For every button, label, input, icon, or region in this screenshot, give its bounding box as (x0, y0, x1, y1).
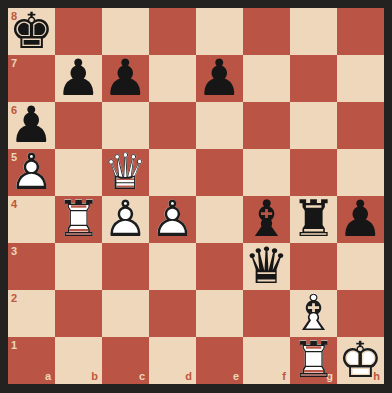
square-e4[interactable] (196, 196, 243, 243)
square-g5[interactable] (290, 149, 337, 196)
square-e1[interactable]: e (196, 337, 243, 384)
square-b4[interactable]: ♜♖ (55, 196, 102, 243)
rank-label-3: 3 (11, 246, 17, 257)
square-g3[interactable] (290, 243, 337, 290)
white-rook[interactable]: ♜♖ (290, 337, 337, 384)
square-e8[interactable] (196, 8, 243, 55)
rank-label-2: 2 (11, 293, 17, 304)
square-c2[interactable] (102, 290, 149, 337)
square-a3[interactable]: 3 (8, 243, 55, 290)
square-b3[interactable] (55, 243, 102, 290)
black-queen[interactable]: ♛ (243, 243, 290, 290)
white-bishop[interactable]: ♝♗ (290, 290, 337, 337)
square-b8[interactable] (55, 8, 102, 55)
white-pawn[interactable]: ♟♙ (102, 196, 149, 243)
square-a8[interactable]: 8♚ (8, 8, 55, 55)
black-queen-glyph: ♛ (243, 243, 290, 290)
square-h4[interactable]: ♟ (337, 196, 384, 243)
square-h2[interactable] (337, 290, 384, 337)
square-g6[interactable] (290, 102, 337, 149)
square-f5[interactable] (243, 149, 290, 196)
file-label-e: e (233, 371, 239, 382)
square-c3[interactable] (102, 243, 149, 290)
square-c7[interactable]: ♟ (102, 55, 149, 102)
square-d4[interactable]: ♟♙ (149, 196, 196, 243)
black-pawn-glyph: ♟ (55, 55, 102, 102)
square-h3[interactable] (337, 243, 384, 290)
square-d6[interactable] (149, 102, 196, 149)
square-b1[interactable]: b (55, 337, 102, 384)
rank-label-7: 7 (11, 58, 17, 69)
square-c8[interactable] (102, 8, 149, 55)
square-f6[interactable] (243, 102, 290, 149)
board-frame: 8♚7♟♟♟6♟5♟♙♛♕4♜♖♟♙♟♙♝♜♟3♛2♝♗1abcdefg♜♖h♚… (0, 0, 392, 393)
square-f2[interactable] (243, 290, 290, 337)
white-pawn-outline: ♙ (149, 196, 196, 243)
square-f3[interactable]: ♛ (243, 243, 290, 290)
square-e5[interactable] (196, 149, 243, 196)
black-rook-glyph: ♜ (290, 196, 337, 243)
white-bishop-outline: ♗ (290, 290, 337, 337)
black-rook[interactable]: ♜ (290, 196, 337, 243)
black-bishop-glyph: ♝ (243, 196, 290, 243)
white-king[interactable]: ♚♔ (337, 337, 384, 384)
white-queen[interactable]: ♛♕ (102, 149, 149, 196)
square-b6[interactable] (55, 102, 102, 149)
file-label-f: f (282, 371, 286, 382)
square-e2[interactable] (196, 290, 243, 337)
square-d1[interactable]: d (149, 337, 196, 384)
square-b5[interactable] (55, 149, 102, 196)
black-pawn[interactable]: ♟ (55, 55, 102, 102)
square-h1[interactable]: h♚♔ (337, 337, 384, 384)
white-rook[interactable]: ♜♖ (55, 196, 102, 243)
black-pawn[interactable]: ♟ (8, 102, 55, 149)
file-label-b: b (91, 371, 98, 382)
square-c5[interactable]: ♛♕ (102, 149, 149, 196)
white-pawn-outline: ♙ (102, 196, 149, 243)
black-pawn-glyph: ♟ (196, 55, 243, 102)
square-h8[interactable] (337, 8, 384, 55)
black-king[interactable]: ♚ (8, 8, 55, 55)
white-rook-outline: ♖ (55, 196, 102, 243)
white-pawn[interactable]: ♟♙ (8, 149, 55, 196)
white-queen-outline: ♕ (102, 149, 149, 196)
square-h7[interactable] (337, 55, 384, 102)
square-d5[interactable] (149, 149, 196, 196)
file-label-a: a (45, 371, 51, 382)
square-a4[interactable]: 4 (8, 196, 55, 243)
square-g1[interactable]: g♜♖ (290, 337, 337, 384)
square-g4[interactable]: ♜ (290, 196, 337, 243)
black-king-glyph: ♚ (8, 8, 55, 55)
square-a2[interactable]: 2 (8, 290, 55, 337)
square-f4[interactable]: ♝ (243, 196, 290, 243)
square-c1[interactable]: c (102, 337, 149, 384)
white-pawn-outline: ♙ (8, 149, 55, 196)
black-bishop[interactable]: ♝ (243, 196, 290, 243)
square-h6[interactable] (337, 102, 384, 149)
black-pawn[interactable]: ♟ (102, 55, 149, 102)
square-e6[interactable] (196, 102, 243, 149)
black-pawn-glyph: ♟ (337, 196, 384, 243)
square-a6[interactable]: 6♟ (8, 102, 55, 149)
white-pawn[interactable]: ♟♙ (149, 196, 196, 243)
black-pawn-glyph: ♟ (102, 55, 149, 102)
chess-board: 8♚7♟♟♟6♟5♟♙♛♕4♜♖♟♙♟♙♝♜♟3♛2♝♗1abcdefg♜♖h♚… (8, 8, 384, 384)
square-g2[interactable]: ♝♗ (290, 290, 337, 337)
black-pawn[interactable]: ♟ (196, 55, 243, 102)
square-a7[interactable]: 7 (8, 55, 55, 102)
square-b2[interactable] (55, 290, 102, 337)
square-a1[interactable]: 1a (8, 337, 55, 384)
white-king-outline: ♔ (337, 337, 384, 384)
rank-label-4: 4 (11, 199, 17, 210)
file-label-d: d (185, 371, 192, 382)
square-f1[interactable]: f (243, 337, 290, 384)
file-label-c: c (139, 371, 145, 382)
square-b7[interactable]: ♟ (55, 55, 102, 102)
square-g7[interactable] (290, 55, 337, 102)
square-h5[interactable] (337, 149, 384, 196)
square-d8[interactable] (149, 8, 196, 55)
square-d3[interactable] (149, 243, 196, 290)
square-e7[interactable]: ♟ (196, 55, 243, 102)
black-pawn[interactable]: ♟ (337, 196, 384, 243)
white-rook-outline: ♖ (290, 337, 337, 384)
square-a5[interactable]: 5♟♙ (8, 149, 55, 196)
square-e3[interactable] (196, 243, 243, 290)
black-pawn-glyph: ♟ (8, 102, 55, 149)
square-g8[interactable] (290, 8, 337, 55)
square-d7[interactable] (149, 55, 196, 102)
square-f7[interactable] (243, 55, 290, 102)
square-c4[interactable]: ♟♙ (102, 196, 149, 243)
rank-label-1: 1 (11, 340, 17, 351)
square-c6[interactable] (102, 102, 149, 149)
square-f8[interactable] (243, 8, 290, 55)
square-d2[interactable] (149, 290, 196, 337)
